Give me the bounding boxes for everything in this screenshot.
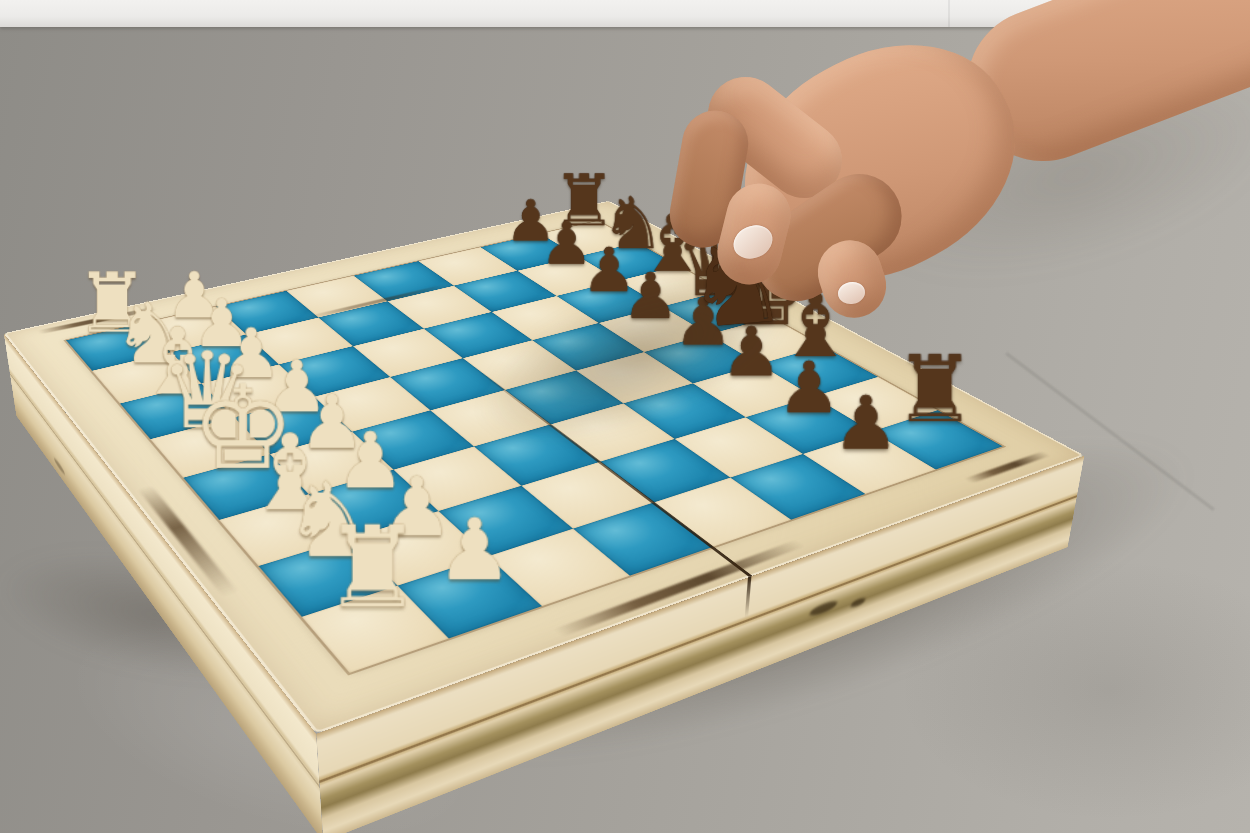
piece-light-rook-h1[interactable]: ♜ <box>318 441 427 622</box>
wood-knot <box>850 596 865 608</box>
piece-dark-pawn-h7[interactable]: ♟ <box>820 306 912 460</box>
piece-light-pawn-h2[interactable]: ♟ <box>422 416 528 592</box>
wood-knot <box>54 456 66 477</box>
photo-scene: ♜♞♝♛♚♝♞♜♟♟♟♟♟♟♟♟♜♞♝♛♚♝♜♟♟♟♟♟♟♟♟ ♞ <box>0 0 1250 833</box>
wood-knot <box>809 599 837 619</box>
baseboard-seam <box>948 0 950 27</box>
box-split-seam-side <box>745 576 752 618</box>
